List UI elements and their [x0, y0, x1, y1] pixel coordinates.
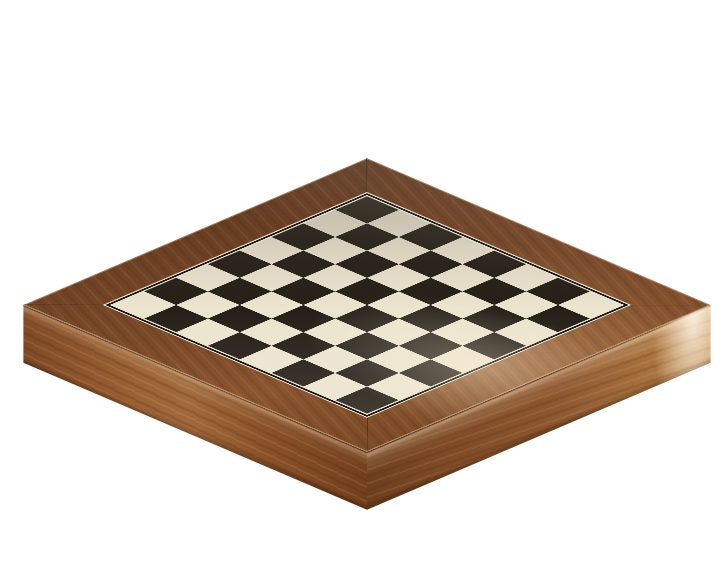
miter-seam-near-right [367, 418, 368, 452]
scene [0, 0, 720, 576]
square [272, 359, 336, 386]
square [240, 346, 304, 373]
square [399, 305, 463, 332]
square [335, 332, 399, 359]
square [335, 387, 399, 414]
square [526, 305, 590, 332]
square [176, 319, 240, 346]
square [272, 305, 336, 332]
square [240, 319, 304, 346]
square [462, 305, 526, 332]
square [367, 373, 431, 400]
square [462, 332, 526, 359]
chess-board [23, 158, 710, 452]
square [303, 319, 367, 346]
square [144, 305, 208, 332]
square [367, 319, 431, 346]
square [208, 305, 272, 332]
square [272, 332, 336, 359]
square [303, 373, 367, 400]
square [208, 332, 272, 359]
miter-seam-far-left [366, 158, 367, 192]
square [335, 359, 399, 386]
square [335, 305, 399, 332]
square [494, 319, 558, 346]
product-photo-canvas [0, 0, 720, 576]
square [431, 346, 495, 373]
square [367, 346, 431, 373]
square [399, 359, 463, 386]
square [303, 346, 367, 373]
square [431, 319, 495, 346]
square [399, 332, 463, 359]
